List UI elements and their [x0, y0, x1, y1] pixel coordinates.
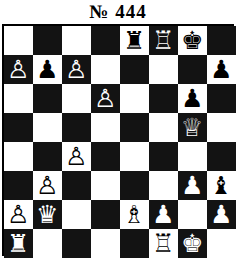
square-c4: ♙	[62, 142, 91, 171]
square-b4	[33, 142, 62, 171]
piece-black-pawn: ♟	[36, 57, 58, 82]
piece-black-rook: ♜	[123, 28, 145, 53]
square-g6: ♟	[178, 84, 207, 113]
piece-white-pawn: ♙	[36, 173, 58, 198]
square-f5	[149, 113, 178, 142]
square-a1: ♜	[4, 229, 33, 258]
square-e6	[120, 84, 149, 113]
square-g1: ♚	[178, 229, 207, 258]
piece-black-pawn: ♟	[181, 86, 203, 111]
square-f4	[149, 142, 178, 171]
square-a6	[4, 84, 33, 113]
puzzle-number: № 444	[0, 0, 236, 24]
square-d2	[91, 200, 120, 229]
square-g8: ♚	[178, 26, 207, 55]
square-d3	[91, 171, 120, 200]
square-e4	[120, 142, 149, 171]
square-b1	[33, 229, 62, 258]
square-e2: ♗	[120, 200, 149, 229]
piece-black-rook: ♖	[152, 28, 174, 53]
square-f8: ♖	[149, 26, 178, 55]
piece-black-pawn: ♙	[7, 57, 29, 82]
piece-black-queen: ♕	[181, 115, 203, 140]
square-a7: ♙	[4, 55, 33, 84]
piece-black-pawn: ♙	[94, 86, 116, 111]
square-d1	[91, 229, 120, 258]
square-h6	[207, 84, 236, 113]
square-d4	[91, 142, 120, 171]
square-g7	[178, 55, 207, 84]
square-a2: ♙	[4, 200, 33, 229]
piece-white-queen: ♛	[36, 202, 58, 227]
square-e8: ♜	[120, 26, 149, 55]
square-b7: ♟	[33, 55, 62, 84]
square-c6	[62, 84, 91, 113]
square-h5	[207, 113, 236, 142]
square-e3	[120, 171, 149, 200]
square-e7	[120, 55, 149, 84]
piece-black-pawn: ♟	[210, 57, 232, 82]
square-g5: ♕	[178, 113, 207, 142]
piece-black-pawn: ♙	[65, 57, 87, 82]
square-d5	[91, 113, 120, 142]
square-e5	[120, 113, 149, 142]
square-c7: ♙	[62, 55, 91, 84]
square-a3	[4, 171, 33, 200]
piece-white-rook: ♖	[152, 231, 174, 256]
square-d7	[91, 55, 120, 84]
square-c1	[62, 229, 91, 258]
piece-white-pawn: ♟	[152, 202, 174, 227]
square-a5	[4, 113, 33, 142]
square-h3: ♝	[207, 171, 236, 200]
piece-white-pawn: ♙	[65, 144, 87, 169]
square-d8	[91, 26, 120, 55]
square-b3: ♙	[33, 171, 62, 200]
square-h2: ♟	[207, 200, 236, 229]
square-d6: ♙	[91, 84, 120, 113]
square-b8	[33, 26, 62, 55]
square-g4	[178, 142, 207, 171]
square-c3	[62, 171, 91, 200]
piece-white-pawn: ♙	[7, 202, 29, 227]
square-c2	[62, 200, 91, 229]
square-f7	[149, 55, 178, 84]
square-h7: ♟	[207, 55, 236, 84]
square-h4	[207, 142, 236, 171]
piece-white-pawn: ♟	[210, 202, 232, 227]
square-b5	[33, 113, 62, 142]
piece-black-bishop: ♝	[210, 173, 232, 198]
piece-white-rook: ♜	[7, 231, 29, 256]
square-c8	[62, 26, 91, 55]
square-e1	[120, 229, 149, 258]
square-f6	[149, 84, 178, 113]
square-g2	[178, 200, 207, 229]
chess-diagram: № 444 ♜♖♚♙♟♙♟♙♟♕♙♙♟♝♙♛♗♟♟♜♖♚	[0, 0, 236, 260]
piece-white-king: ♚	[181, 231, 203, 256]
square-b6	[33, 84, 62, 113]
square-a8	[4, 26, 33, 55]
square-h1	[207, 229, 236, 258]
square-b2: ♛	[33, 200, 62, 229]
piece-white-pawn: ♟	[181, 173, 203, 198]
square-c5	[62, 113, 91, 142]
square-f2: ♟	[149, 200, 178, 229]
square-h8	[207, 26, 236, 55]
piece-white-bishop: ♗	[123, 202, 145, 227]
square-f1: ♖	[149, 229, 178, 258]
piece-black-king: ♚	[181, 28, 203, 53]
chess-board: ♜♖♚♙♟♙♟♙♟♕♙♙♟♝♙♛♗♟♟♜♖♚	[2, 24, 234, 256]
square-f3	[149, 171, 178, 200]
square-a4	[4, 142, 33, 171]
square-g3: ♟	[178, 171, 207, 200]
